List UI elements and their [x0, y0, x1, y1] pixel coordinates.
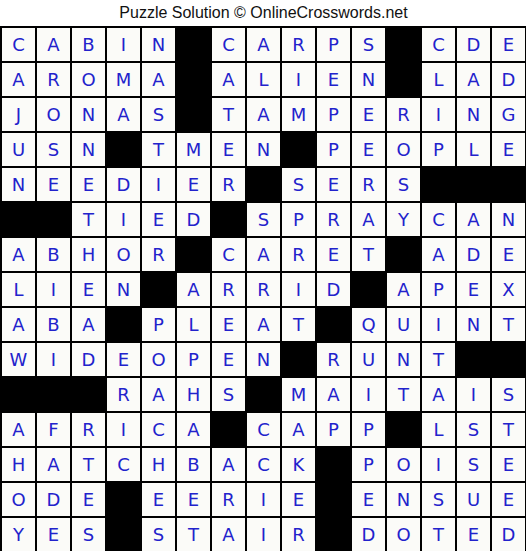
letter-cell: A — [316, 377, 351, 412]
crossword-grid: CABINCARPSCDEAROMAALIENLADJONASTAMPERING… — [0, 26, 526, 551]
letter-cell: K — [281, 447, 316, 482]
letter-cell: A — [36, 447, 71, 482]
letter-cell: B — [71, 27, 106, 62]
letter-cell: O — [386, 517, 421, 551]
letter-cell: R — [386, 97, 421, 132]
letter-cell: W — [1, 342, 36, 377]
letter-cell: E — [281, 482, 316, 517]
letter-cell: A — [176, 412, 211, 447]
letter-cell: A — [386, 272, 421, 307]
letter-cell: P — [316, 27, 351, 62]
black-cell — [246, 167, 281, 202]
letter-cell: E — [491, 132, 526, 167]
crossword-solution-page: Puzzle Solution © OnlineCrosswords.net C… — [0, 0, 526, 551]
letter-cell: E — [106, 342, 141, 377]
black-cell — [36, 202, 71, 237]
letter-cell: E — [491, 237, 526, 272]
black-cell — [316, 447, 351, 482]
black-cell — [71, 377, 106, 412]
black-cell — [386, 27, 421, 62]
letter-cell: C — [1, 27, 36, 62]
letter-cell: X — [491, 272, 526, 307]
letter-cell: T — [491, 412, 526, 447]
letter-cell: P — [316, 132, 351, 167]
letter-cell: A — [141, 377, 176, 412]
letter-cell: R — [351, 167, 386, 202]
black-cell — [211, 202, 246, 237]
letter-cell: R — [211, 482, 246, 517]
letter-cell: D — [351, 517, 386, 551]
letter-cell: M — [281, 97, 316, 132]
letter-cell: E — [316, 62, 351, 97]
letter-cell: E — [36, 517, 71, 551]
letter-cell: H — [71, 237, 106, 272]
letter-cell: C — [421, 27, 456, 62]
letter-cell: U — [456, 482, 491, 517]
letter-cell: A — [211, 517, 246, 551]
black-cell — [491, 342, 526, 377]
letter-cell: T — [421, 342, 456, 377]
page-title: Puzzle Solution © OnlineCrosswords.net — [0, 0, 526, 26]
letter-cell: R — [316, 202, 351, 237]
letter-cell: E — [71, 272, 106, 307]
letter-cell: C — [106, 447, 141, 482]
letter-cell: T — [421, 517, 456, 551]
letter-cell: I — [421, 307, 456, 342]
letter-cell: C — [246, 412, 281, 447]
black-cell — [1, 377, 36, 412]
letter-cell: T — [141, 132, 176, 167]
letter-cell: A — [246, 237, 281, 272]
letter-cell: P — [421, 272, 456, 307]
black-cell — [36, 377, 71, 412]
letter-cell: A — [456, 202, 491, 237]
black-cell — [176, 97, 211, 132]
letter-cell: A — [1, 62, 36, 97]
letter-cell: A — [421, 377, 456, 412]
letter-cell: S — [246, 202, 281, 237]
letter-cell: E — [456, 517, 491, 551]
letter-cell: C — [211, 237, 246, 272]
letter-cell: E — [351, 97, 386, 132]
letter-cell: E — [36, 167, 71, 202]
letter-cell: E — [456, 272, 491, 307]
letter-cell: I — [351, 377, 386, 412]
letter-cell: P — [281, 202, 316, 237]
letter-cell: D — [456, 27, 491, 62]
letter-cell: G — [491, 97, 526, 132]
black-cell — [456, 167, 491, 202]
letter-cell: E — [141, 202, 176, 237]
letter-cell: O — [141, 342, 176, 377]
letter-cell: J — [1, 97, 36, 132]
letter-cell: N — [351, 62, 386, 97]
letter-cell: S — [281, 167, 316, 202]
letter-cell: N — [456, 307, 491, 342]
letter-cell: D — [176, 202, 211, 237]
letter-cell: A — [176, 272, 211, 307]
letter-cell: E — [316, 167, 351, 202]
letter-cell: A — [281, 412, 316, 447]
letter-cell: P — [351, 412, 386, 447]
letter-cell: L — [1, 272, 36, 307]
letter-cell: I — [421, 97, 456, 132]
letter-cell: B — [176, 447, 211, 482]
letter-cell: H — [141, 447, 176, 482]
letter-cell: E — [316, 237, 351, 272]
black-cell — [281, 342, 316, 377]
letter-cell: E — [351, 132, 386, 167]
black-cell — [386, 62, 421, 97]
letter-cell: R — [141, 237, 176, 272]
letter-cell: N — [141, 27, 176, 62]
letter-cell: S — [491, 377, 526, 412]
letter-cell: N — [106, 272, 141, 307]
letter-cell: P — [176, 342, 211, 377]
letter-cell: A — [211, 62, 246, 97]
letter-cell: L — [456, 132, 491, 167]
letter-cell: Y — [1, 517, 36, 551]
black-cell — [176, 237, 211, 272]
letter-cell: A — [421, 237, 456, 272]
letter-cell: R — [211, 272, 246, 307]
letter-cell: B — [36, 307, 71, 342]
letter-cell: R — [246, 272, 281, 307]
black-cell — [351, 272, 386, 307]
letter-cell: E — [491, 447, 526, 482]
letter-cell: R — [316, 342, 351, 377]
black-cell — [1, 202, 36, 237]
letter-cell: I — [281, 62, 316, 97]
black-cell — [246, 377, 281, 412]
letter-cell: A — [36, 27, 71, 62]
black-cell — [141, 272, 176, 307]
letter-cell: A — [1, 412, 36, 447]
letter-cell: H — [1, 447, 36, 482]
letter-cell: E — [211, 307, 246, 342]
black-cell — [106, 482, 141, 517]
letter-cell: I — [141, 167, 176, 202]
letter-cell: O — [36, 97, 71, 132]
black-cell — [176, 27, 211, 62]
letter-cell: L — [246, 62, 281, 97]
letter-cell: R — [106, 377, 141, 412]
letter-cell: B — [36, 237, 71, 272]
letter-cell: S — [71, 517, 106, 551]
letter-cell: I — [106, 27, 141, 62]
letter-cell: P — [316, 97, 351, 132]
letter-cell: I — [36, 342, 71, 377]
letter-cell: C — [211, 27, 246, 62]
letter-cell: N — [386, 482, 421, 517]
letter-cell: I — [281, 272, 316, 307]
black-cell — [106, 132, 141, 167]
letter-cell: N — [71, 132, 106, 167]
letter-cell: R — [36, 62, 71, 97]
letter-cell: M — [281, 377, 316, 412]
letter-cell: O — [386, 447, 421, 482]
letter-cell: E — [351, 482, 386, 517]
letter-cell: T — [211, 97, 246, 132]
black-cell — [106, 517, 141, 551]
letter-cell: D — [316, 272, 351, 307]
letter-cell: L — [421, 412, 456, 447]
letter-cell: T — [491, 307, 526, 342]
letter-cell: O — [106, 237, 141, 272]
letter-cell: A — [141, 62, 176, 97]
letter-cell: I — [421, 447, 456, 482]
letter-cell: S — [141, 97, 176, 132]
letter-cell: E — [141, 482, 176, 517]
letter-cell: P — [141, 307, 176, 342]
letter-cell: I — [456, 377, 491, 412]
letter-cell: O — [386, 132, 421, 167]
letter-cell: A — [71, 307, 106, 342]
letter-cell: R — [281, 517, 316, 551]
letter-cell: L — [421, 62, 456, 97]
black-cell — [386, 237, 421, 272]
black-cell — [316, 517, 351, 551]
letter-cell: S — [456, 412, 491, 447]
letter-cell: T — [351, 237, 386, 272]
letter-cell: R — [281, 27, 316, 62]
black-cell — [456, 342, 491, 377]
letter-cell: T — [71, 202, 106, 237]
letter-cell: I — [246, 517, 281, 551]
letter-cell: S — [36, 132, 71, 167]
black-cell — [421, 167, 456, 202]
letter-cell: E — [491, 27, 526, 62]
letter-cell: N — [386, 342, 421, 377]
letter-cell: C — [246, 447, 281, 482]
letter-cell: P — [351, 447, 386, 482]
letter-cell: A — [456, 62, 491, 97]
letter-cell: I — [106, 202, 141, 237]
letter-cell: D — [106, 167, 141, 202]
letter-cell: S — [351, 27, 386, 62]
letter-cell: U — [1, 132, 36, 167]
letter-cell: N — [1, 167, 36, 202]
letter-cell: E — [176, 167, 211, 202]
letter-cell: D — [456, 237, 491, 272]
letter-cell: F — [36, 412, 71, 447]
letter-cell: A — [211, 447, 246, 482]
letter-cell: E — [71, 482, 106, 517]
letter-cell: A — [106, 97, 141, 132]
letter-cell: I — [36, 272, 71, 307]
letter-cell: E — [211, 342, 246, 377]
letter-cell: S — [386, 167, 421, 202]
letter-cell: D — [491, 517, 526, 551]
black-cell — [211, 412, 246, 447]
letter-cell: A — [1, 307, 36, 342]
letter-cell: N — [246, 132, 281, 167]
letter-cell: A — [246, 97, 281, 132]
letter-cell: I — [106, 412, 141, 447]
letter-cell: D — [71, 342, 106, 377]
black-cell — [386, 412, 421, 447]
letter-cell: C — [421, 202, 456, 237]
letter-cell: S — [211, 377, 246, 412]
letter-cell: N — [456, 97, 491, 132]
black-cell — [316, 307, 351, 342]
letter-cell: S — [141, 517, 176, 551]
letter-cell: U — [386, 307, 421, 342]
letter-cell: U — [351, 342, 386, 377]
letter-cell: M — [106, 62, 141, 97]
letter-cell: D — [491, 62, 526, 97]
letter-cell: P — [316, 412, 351, 447]
black-cell — [491, 167, 526, 202]
letter-cell: R — [211, 167, 246, 202]
black-cell — [316, 482, 351, 517]
letter-cell: S — [421, 482, 456, 517]
letter-cell: S — [456, 447, 491, 482]
letter-cell: Y — [386, 202, 421, 237]
black-cell — [281, 132, 316, 167]
letter-cell: N — [491, 202, 526, 237]
letter-cell: A — [1, 237, 36, 272]
letter-cell: R — [281, 237, 316, 272]
letter-cell: I — [246, 482, 281, 517]
letter-cell: T — [176, 517, 211, 551]
letter-cell: E — [71, 167, 106, 202]
black-cell — [176, 62, 211, 97]
letter-cell: D — [36, 482, 71, 517]
letter-cell: R — [71, 412, 106, 447]
letter-cell: O — [1, 482, 36, 517]
letter-cell: N — [71, 97, 106, 132]
letter-cell: T — [71, 447, 106, 482]
letter-cell: C — [141, 412, 176, 447]
letter-cell: E — [491, 482, 526, 517]
letter-cell: L — [176, 307, 211, 342]
letter-cell: E — [211, 132, 246, 167]
letter-cell: T — [281, 307, 316, 342]
letter-cell: P — [421, 132, 456, 167]
letter-cell: A — [246, 307, 281, 342]
letter-cell: H — [176, 377, 211, 412]
letter-cell: N — [246, 342, 281, 377]
letter-cell: O — [71, 62, 106, 97]
letter-cell: T — [386, 377, 421, 412]
letter-cell: Q — [351, 307, 386, 342]
black-cell — [106, 307, 141, 342]
letter-cell: M — [176, 132, 211, 167]
letter-cell: E — [176, 482, 211, 517]
letter-cell: A — [351, 202, 386, 237]
letter-cell: A — [246, 27, 281, 62]
